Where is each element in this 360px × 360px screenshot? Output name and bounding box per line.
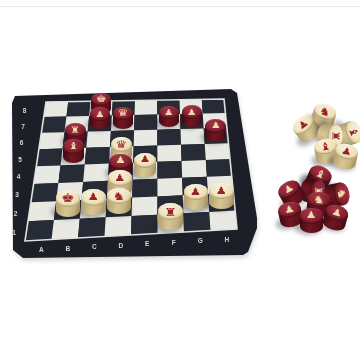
queen-symbol: ♛ (115, 139, 127, 150)
square-a4 (34, 165, 61, 184)
square-e3 (132, 179, 157, 198)
pawn-symbol: ♟ (306, 211, 317, 220)
piece-cylinder-top: ♟ (108, 170, 132, 186)
knight-symbol: ♞ (113, 191, 126, 202)
piece-white-rook-f1: ♜ (158, 203, 184, 232)
piece-cylinder-top: ♝ (63, 139, 85, 154)
square-b8 (66, 101, 90, 116)
pawn-symbol: ♟ (340, 146, 352, 157)
queen-symbol: ♛ (117, 109, 128, 119)
piece-white-pawn-h2: ♟ (209, 183, 234, 210)
piece-cylinder-top: ♚ (91, 93, 110, 106)
piece-white-knight-d2: ♞ (107, 188, 132, 215)
file-label-a: A (39, 246, 44, 253)
piece-black-pawn-g7: ♟ (182, 105, 202, 128)
file-label-h: H (224, 236, 229, 243)
square-e7 (134, 115, 157, 131)
piece-white-pawn-e4: ♟ (134, 153, 157, 178)
pawn-symbol: ♟ (140, 156, 151, 165)
piece-cylinder-top: ♚ (56, 190, 81, 206)
piece-cylinder-top: ♛ (111, 137, 133, 152)
square-e6 (134, 130, 158, 146)
piece-black-pawn-h6: ♟ (205, 119, 226, 142)
piece-cylinder-top: ♟ (300, 208, 323, 223)
piece-cylinder-top: ♟ (182, 105, 202, 119)
rank-label-2: 2 (14, 210, 18, 217)
bishop-symbol: ♝ (346, 125, 360, 140)
square-g1 (183, 212, 210, 232)
pawn-symbol: ♟ (296, 118, 310, 132)
pawn-symbol: ♟ (281, 183, 295, 196)
piece-black-queen-d7: ♛ (113, 107, 133, 130)
square-h1 (209, 211, 237, 231)
file-label-g: G (198, 237, 203, 244)
pawn-symbol: ♟ (114, 174, 125, 184)
square-h5 (205, 143, 230, 160)
square-h8 (202, 99, 226, 114)
pawn-symbol: ♟ (187, 108, 196, 116)
square-e8 (135, 100, 158, 115)
piece-cylinder-top: ♟ (209, 183, 234, 199)
square-h4 (206, 159, 232, 177)
knight-symbol: ♞ (335, 187, 348, 201)
file-label-b: B (65, 245, 70, 252)
square-f5 (157, 145, 181, 162)
piece-cylinder-top: ♟ (109, 154, 132, 169)
rank-label-6: 6 (20, 139, 24, 146)
pawn-symbol: ♟ (283, 204, 295, 215)
knight-symbol: ♞ (317, 105, 332, 119)
pawn-symbol: ♟ (164, 108, 173, 116)
captured-white-pawn-5: ♟ (331, 142, 359, 172)
piece-cylinder-top: ♟ (159, 106, 179, 120)
piece-cylinder-top: ♟ (134, 153, 157, 168)
pawn-symbol: ♟ (330, 207, 343, 219)
square-c6 (86, 131, 111, 148)
square-g4 (182, 160, 207, 178)
king-symbol: ♚ (96, 95, 107, 104)
pawn-symbol: ♟ (95, 110, 104, 118)
square-g5 (181, 144, 206, 161)
square-e2 (132, 196, 158, 216)
pawn-symbol: ♟ (190, 187, 201, 197)
bishop-symbol: ♝ (68, 141, 79, 151)
piece-cylinder-top: ♟ (90, 107, 110, 121)
file-label-e: E (145, 240, 150, 247)
piece-black-pawn-c7: ♟ (90, 107, 110, 130)
file-label-f: F (172, 239, 176, 246)
rank-label-3: 3 (15, 191, 19, 198)
pawn-symbol: ♟ (88, 192, 99, 202)
piece-white-king-b2: ♚ (56, 190, 81, 217)
square-a1 (25, 220, 54, 241)
pawn-symbol: ♟ (216, 186, 227, 196)
piece-black-pawn-f7: ♟ (159, 106, 179, 129)
pawn-symbol: ♟ (115, 157, 126, 166)
square-c1 (78, 217, 106, 238)
rank-label-5: 5 (18, 156, 22, 163)
square-a7 (41, 117, 66, 133)
file-label-d: D (118, 242, 123, 249)
piece-white-pawn-c2: ♟ (81, 189, 106, 216)
square-b1 (52, 219, 80, 240)
piece-white-pawn-g2: ♟ (184, 184, 209, 211)
square-d1 (105, 216, 132, 237)
rook-symbol: ♜ (70, 126, 80, 135)
bishop-symbol: ♝ (318, 141, 332, 153)
square-f6 (157, 129, 181, 145)
rank-label-1: 1 (12, 229, 16, 236)
captured-black-pawn-6: ♟ (300, 208, 323, 234)
product-photo: ABCDEFGH12345678 ♚♟♞♟♛♟♟♟♝♜♜♛♝♝♟♟♟♝♟♜♟♞♟… (0, 0, 360, 360)
king-symbol: ♚ (61, 193, 75, 205)
square-a3 (31, 183, 59, 202)
knight-symbol: ♞ (312, 194, 325, 205)
rook-symbol: ♜ (164, 206, 177, 217)
file-label-c: C (92, 243, 97, 250)
piece-black-bishop-b5: ♝ (63, 139, 85, 163)
square-f3 (157, 178, 182, 197)
pawn-symbol: ♟ (211, 122, 221, 131)
square-a8 (44, 102, 69, 117)
rank-label-7: 7 (21, 123, 25, 130)
square-b4 (58, 164, 84, 182)
rank-label-8: 8 (23, 107, 27, 114)
rank-label-4: 4 (17, 173, 21, 180)
piece-cylinder-top: ♟ (81, 189, 106, 205)
square-f4 (157, 161, 182, 179)
